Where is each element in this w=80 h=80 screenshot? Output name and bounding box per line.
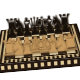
chess-board: ♜♞♝♛♚♝♞♜♟♟♟♟♟♟♟♟♟♟♟♟♟♟♟♟♜♞♝♛♚♝♞♜ — [0, 24, 80, 65]
square-h1: ♜ — [66, 49, 75, 53]
piece-white-rook: ♜ — [55, 30, 80, 54]
chess-set-photo: ♜♞♝♛♚♝♞♜♟♟♟♟♟♟♟♟♟♟♟♟♟♟♟♟♜♞♝♛♚♝♞♜ — [0, 0, 80, 80]
board-grid: ♜♞♝♛♚♝♞♜♟♟♟♟♟♟♟♟♟♟♟♟♟♟♟♟♜♞♝♛♚♝♞♜ — [7, 28, 76, 59]
